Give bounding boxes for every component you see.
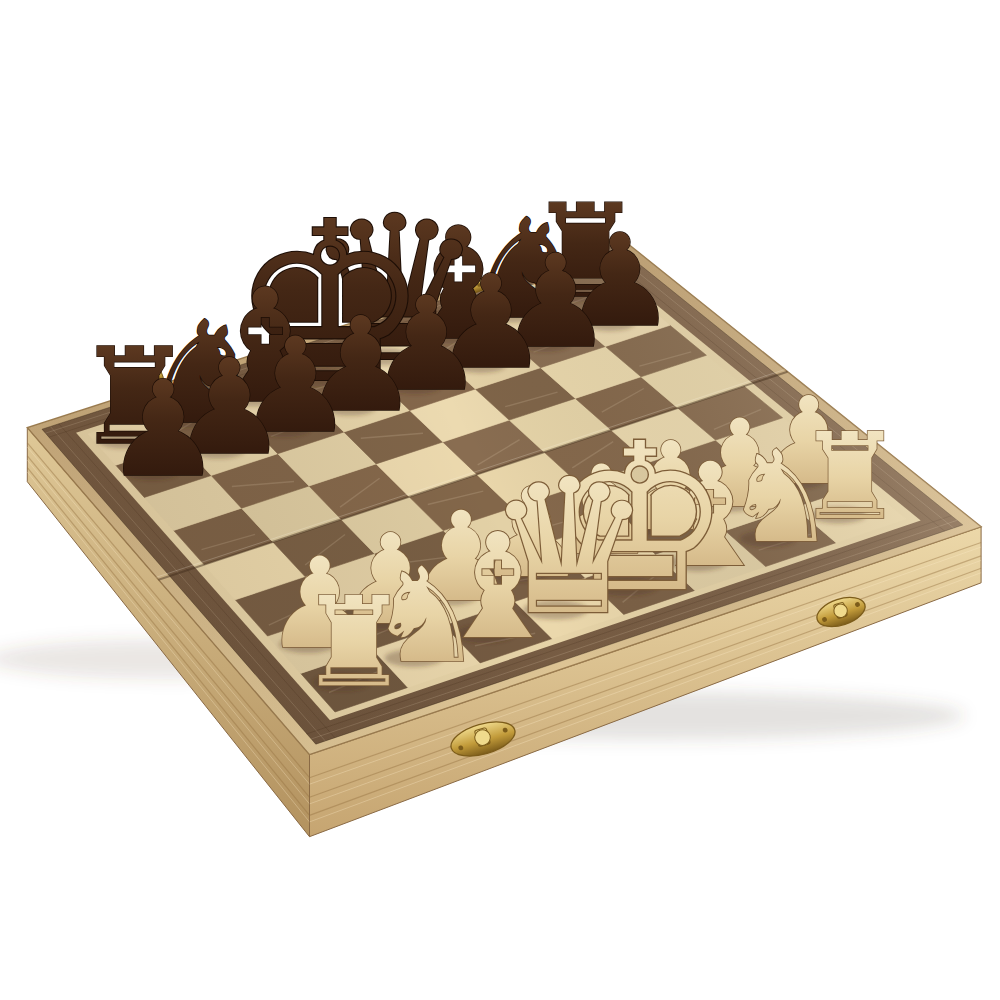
- piece-white-rook-a1[interactable]: ♜: [298, 570, 409, 714]
- piece-black-pawn-a7[interactable]: ♟: [104, 352, 222, 506]
- product-photo-stage: ♜♞♟♝♟♛♟♚♟♝♟♞♟♜♟♟♟♟♜♟♞♟♝♟♚♟♛♟♝♟♞♜: [0, 0, 1000, 1000]
- chess-set-photo: ♜♞♟♝♟♛♟♚♟♝♟♞♟♜♟♟♟♟♜♟♞♟♝♟♚♟♛♟♝♟♞♜: [0, 0, 1000, 1000]
- chess-board-photo: ♜♞♟♝♟♛♟♚♟♝♟♞♟♜♟♟♟♟♜♟♞♟♝♟♚♟♛♟♝♟♞♜: [0, 0, 1000, 1000]
